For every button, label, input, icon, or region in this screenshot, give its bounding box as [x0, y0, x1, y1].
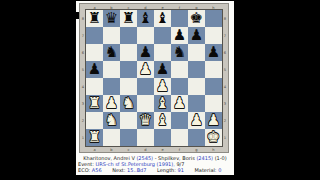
- white-knight-icon: ♞: [122, 95, 135, 112]
- black-queen-icon: ♛: [105, 10, 118, 27]
- square-f5: [171, 61, 188, 78]
- white-knight-icon: ♞: [105, 112, 118, 129]
- coord-label: 3: [81, 98, 85, 108]
- coord-label: b: [106, 147, 116, 151]
- square-a3: ♜: [86, 95, 103, 112]
- square-d7: [137, 27, 154, 44]
- rank-labels-right: 87654321: [222, 10, 228, 146]
- square-d3: [137, 95, 154, 112]
- coord-label: 8: [223, 13, 227, 23]
- material-pair: Material: 0: [195, 167, 222, 173]
- square-f1: [171, 129, 188, 146]
- coord-label: 4: [223, 81, 227, 91]
- coord-label: 8: [81, 13, 85, 23]
- square-e5: ♟: [154, 61, 171, 78]
- square-d2: ♛: [137, 112, 154, 129]
- square-a8: ♜: [86, 10, 103, 27]
- black-pawn-icon: ♟: [207, 44, 220, 61]
- square-c8: ♜: [120, 10, 137, 27]
- black-pawn-icon: ♟: [190, 27, 203, 44]
- square-d5: ♟: [137, 61, 154, 78]
- square-e2: ♝: [154, 112, 171, 129]
- coord-label: e: [157, 147, 167, 151]
- black-pawn-icon: ♟: [156, 61, 169, 78]
- coord-label: 2: [223, 115, 227, 125]
- coord-label: g: [191, 147, 201, 151]
- square-e4: ♟: [154, 78, 171, 95]
- black-player-elo: (2415): [196, 155, 213, 161]
- next-pair: Next: 15..Bd7: [112, 167, 146, 173]
- square-h3: [205, 95, 222, 112]
- next-label: Next:: [112, 167, 125, 173]
- square-e7: [154, 27, 171, 44]
- white-pawn-icon: ♟: [190, 112, 203, 129]
- white-bishop-icon: ♝: [156, 95, 169, 112]
- square-h7: [205, 27, 222, 44]
- square-b2: ♞: [103, 112, 120, 129]
- square-h1: ♚: [205, 129, 222, 146]
- coord-label: c: [123, 147, 133, 151]
- black-king-icon: ♚: [190, 10, 203, 27]
- board-grid: ♜♛♜♝♝♚♟♟♞♟♞♟♟♟♟♟♜♟♞♝♟♞♛♝♟♟♜♚: [85, 9, 223, 147]
- square-e6: [154, 44, 171, 61]
- square-g7: ♟: [188, 27, 205, 44]
- coord-label: 1: [223, 132, 227, 142]
- square-e8: ♝: [154, 10, 171, 27]
- video-frame: abcdefgh 87654321 ♜♛♜♝♝♚♟♟♞♟♞♟♟♟♟♟♜♟♞♝♟♞…: [0, 0, 320, 180]
- coord-label: f: [174, 5, 184, 9]
- white-pawn-icon: ♟: [173, 95, 186, 112]
- coord-label: h: [208, 5, 218, 9]
- coord-label: 5: [81, 64, 85, 74]
- black-knight-icon: ♞: [105, 44, 118, 61]
- coord-label: 4: [81, 81, 85, 91]
- square-b4: [103, 78, 120, 95]
- next-value: 15..Bd7: [127, 167, 146, 173]
- square-f6: ♞: [171, 44, 188, 61]
- square-g2: ♟: [188, 112, 205, 129]
- square-c1: [120, 129, 137, 146]
- square-c6: [120, 44, 137, 61]
- black-pawn-icon: ♟: [173, 27, 186, 44]
- white-rook-icon: ♜: [88, 129, 101, 146]
- white-pawn-icon: ♟: [139, 61, 152, 78]
- square-b3: ♟: [103, 95, 120, 112]
- coord-label: 6: [81, 47, 85, 57]
- length-label: Length:: [157, 167, 176, 173]
- square-f8: [171, 10, 188, 27]
- square-a2: [86, 112, 103, 129]
- coord-label: 6: [223, 47, 227, 57]
- square-h8: [205, 10, 222, 27]
- square-f2: [171, 112, 188, 129]
- black-rook-icon: ♜: [122, 10, 135, 27]
- eco-label: ECO:: [78, 167, 90, 173]
- white-rook-icon: ♜: [88, 95, 101, 112]
- square-h6: ♟: [205, 44, 222, 61]
- square-a7: [86, 27, 103, 44]
- square-a6: [86, 44, 103, 61]
- square-a1: ♜: [86, 129, 103, 146]
- square-b5: [103, 61, 120, 78]
- coord-label: a: [89, 147, 99, 151]
- square-f7: ♟: [171, 27, 188, 44]
- square-a5: ♟: [86, 61, 103, 78]
- white-bishop-icon: ♝: [156, 112, 169, 129]
- square-g6: [188, 44, 205, 61]
- black-pawn-icon: ♟: [139, 44, 152, 61]
- square-d8: ♝: [137, 10, 154, 27]
- square-d4: [137, 78, 154, 95]
- black-bishop-icon: ♝: [139, 10, 152, 27]
- black-rook-icon: ♜: [88, 10, 101, 27]
- square-g4: [188, 78, 205, 95]
- square-b7: [103, 27, 120, 44]
- coord-label: h: [208, 147, 218, 151]
- diagram-panel: abcdefgh 87654321 ♜♛♜♝♝♚♟♟♞♟♞♟♟♟♟♟♜♟♞♝♟♞…: [76, 1, 234, 175]
- material-value: 0: [218, 167, 221, 173]
- square-h5: [205, 61, 222, 78]
- coord-label: d: [140, 147, 150, 151]
- square-a4: [86, 78, 103, 95]
- square-g3: [188, 95, 205, 112]
- coord-label: f: [174, 147, 184, 151]
- white-queen-icon: ♛: [139, 112, 152, 129]
- eco-pair: ECO: A56: [78, 167, 102, 173]
- square-g5: [188, 61, 205, 78]
- coord-label: 3: [223, 98, 227, 108]
- coord-label: 7: [81, 30, 85, 40]
- coord-label: 5: [223, 64, 227, 74]
- square-c5: [120, 61, 137, 78]
- square-d6: ♟: [137, 44, 154, 61]
- square-b8: ♛: [103, 10, 120, 27]
- eco-value: A56: [92, 167, 102, 173]
- game-result: (1-0): [215, 155, 227, 161]
- square-e3: ♝: [154, 95, 171, 112]
- file-labels-bottom: abcdefgh: [86, 146, 222, 152]
- length-value: 91: [178, 167, 184, 173]
- square-c7: [120, 27, 137, 44]
- details-line: ECO: A56 Next: 15..Bd7 Length: 91 Materi…: [76, 167, 234, 173]
- square-d1: [137, 129, 154, 146]
- square-h2: ♟: [205, 112, 222, 129]
- game-caption: Kharitonov, Andrei V (2545) - Shpilkev, …: [76, 155, 234, 173]
- black-knight-icon: ♞: [173, 44, 186, 61]
- square-b1: [103, 129, 120, 146]
- square-f4: [171, 78, 188, 95]
- square-c3: ♞: [120, 95, 137, 112]
- white-pawn-icon: ♟: [207, 112, 220, 129]
- square-g8: ♚: [188, 10, 205, 27]
- square-c4: [120, 78, 137, 95]
- white-pawn-icon: ♟: [156, 78, 169, 95]
- square-h4: [205, 78, 222, 95]
- black-pawn-icon: ♟: [88, 61, 101, 78]
- chess-board: abcdefgh 87654321 ♜♛♜♝♝♚♟♟♞♟♞♟♟♟♟♟♜♟♞♝♟♞…: [79, 3, 229, 153]
- length-pair: Length: 91: [157, 167, 184, 173]
- coord-label: 2: [81, 115, 85, 125]
- square-g1: [188, 129, 205, 146]
- black-bishop-icon: ♝: [156, 10, 169, 27]
- square-b6: ♞: [103, 44, 120, 61]
- coord-label: 1: [81, 132, 85, 142]
- white-king-icon: ♚: [207, 129, 220, 146]
- square-c2: [120, 112, 137, 129]
- coord-label: 7: [223, 30, 227, 40]
- material-label: Material:: [195, 167, 217, 173]
- white-pawn-icon: ♟: [105, 95, 118, 112]
- square-e1: [154, 129, 171, 146]
- square-f3: ♟: [171, 95, 188, 112]
